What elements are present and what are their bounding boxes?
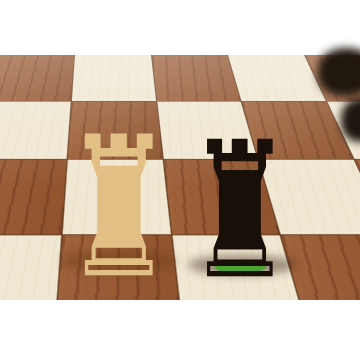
chessboard	[0, 55, 360, 300]
square-r2c0[interactable]	[0, 160, 66, 234]
square-r0c0[interactable]	[0, 55, 74, 101]
square-r3c0[interactable]	[0, 235, 61, 300]
board-scene	[0, 55, 360, 300]
square-r1c0[interactable]	[0, 102, 70, 159]
photo-frame: ♜♜	[0, 0, 360, 360]
blurred-black-piece-1	[318, 48, 360, 96]
black-rook[interactable]: ♜	[188, 117, 292, 305]
white-rook[interactable]: ♜	[65, 111, 173, 305]
